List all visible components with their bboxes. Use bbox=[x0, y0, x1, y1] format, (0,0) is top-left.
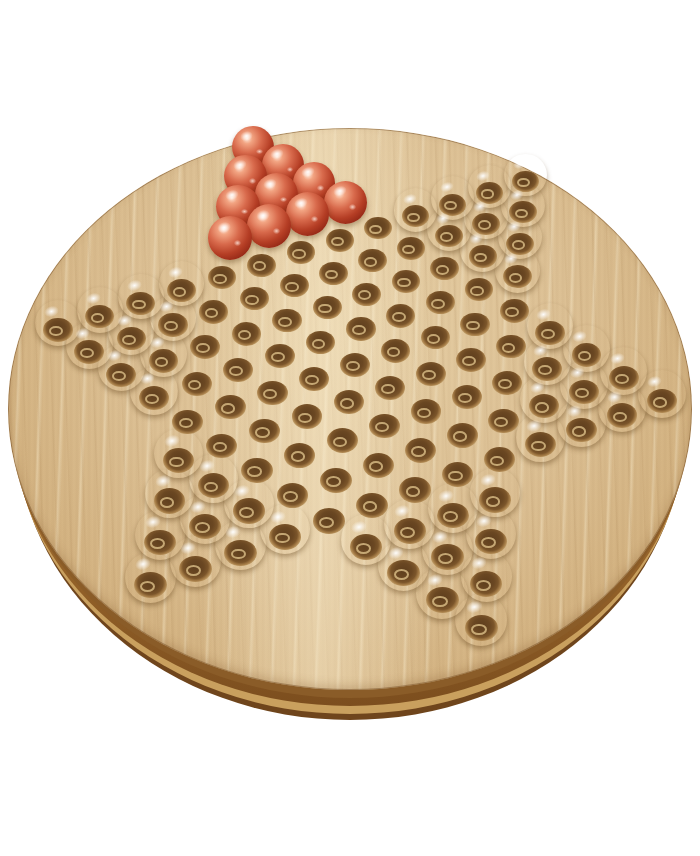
marble-highlight bbox=[475, 169, 491, 183]
marble-highlight bbox=[116, 312, 134, 327]
marble-highlight bbox=[139, 371, 157, 387]
marble-glass-glint bbox=[273, 228, 280, 234]
marble-highlight bbox=[74, 326, 92, 341]
marble-highlight bbox=[188, 498, 207, 514]
marble-highlight bbox=[167, 265, 184, 280]
marble-highlight bbox=[153, 473, 172, 489]
marble-highlight bbox=[232, 483, 251, 499]
marble-highlight bbox=[300, 165, 316, 179]
marble-highlight bbox=[509, 188, 525, 202]
marble-red-r7-c0 bbox=[208, 216, 252, 260]
marble-highlight bbox=[293, 196, 310, 210]
marble-highlight bbox=[506, 219, 523, 233]
marble-glass-glint bbox=[349, 204, 356, 210]
marble-highlight bbox=[143, 514, 162, 531]
marble-highlight bbox=[224, 188, 240, 202]
marble-highlight bbox=[239, 129, 255, 143]
marble-highlight bbox=[431, 529, 450, 546]
marble-highlight bbox=[468, 231, 485, 246]
marble-highlight bbox=[571, 329, 589, 344]
marble-highlight bbox=[349, 519, 368, 536]
marbles-layer bbox=[0, 0, 700, 856]
marble-highlight bbox=[268, 508, 287, 524]
marble-highlight bbox=[43, 304, 60, 319]
marble-highlight bbox=[331, 184, 347, 198]
marble-highlight bbox=[231, 158, 247, 172]
marble-green-r15-c1 bbox=[170, 536, 221, 587]
marble-glass-glint bbox=[234, 240, 241, 246]
chinese-checkers-board-photo bbox=[0, 0, 700, 856]
marble-green-r14-c2 bbox=[215, 520, 266, 571]
marble-highlight bbox=[197, 458, 216, 474]
marble-highlight bbox=[387, 545, 406, 562]
marble-highlight bbox=[479, 472, 498, 488]
marble-highlight bbox=[472, 199, 489, 213]
marble-highlight bbox=[425, 571, 444, 588]
marble-highlight bbox=[568, 365, 586, 381]
marble-highlight bbox=[148, 335, 166, 350]
marble-white-r3-c3 bbox=[495, 248, 540, 293]
marble-highlight bbox=[255, 208, 272, 222]
marble-black-r7-c9 bbox=[516, 413, 565, 462]
marble-glass-glint bbox=[311, 216, 318, 222]
marble-highlight bbox=[106, 348, 124, 363]
marble-glass-glint bbox=[256, 149, 263, 154]
marble-highlight bbox=[528, 379, 546, 395]
marble-glass-glint bbox=[317, 185, 324, 191]
marble-highlight bbox=[532, 342, 550, 357]
marble-highlight bbox=[606, 389, 624, 405]
marble-glass-glint bbox=[287, 167, 294, 173]
marble-highlight bbox=[133, 556, 152, 573]
marble-highlight bbox=[393, 503, 412, 519]
marble-glass-glint bbox=[249, 178, 256, 184]
marble-highlight bbox=[262, 177, 278, 191]
marble-red-r5-c2 bbox=[286, 192, 330, 236]
marble-highlight bbox=[464, 598, 484, 615]
marble-highlight bbox=[525, 417, 543, 433]
marble-highlight bbox=[401, 192, 417, 206]
marble-highlight bbox=[126, 278, 143, 293]
marble-highlight bbox=[608, 351, 626, 366]
marble-highlight bbox=[215, 220, 232, 234]
marble-highlight bbox=[502, 251, 519, 266]
marble-highlight bbox=[535, 307, 553, 322]
marble-highlight bbox=[436, 487, 455, 503]
marble-highlight bbox=[512, 157, 528, 171]
marble-glass-glint bbox=[241, 209, 248, 215]
marble-highlight bbox=[438, 180, 454, 194]
marble-blue-r12-c12 bbox=[455, 594, 507, 646]
marble-highlight bbox=[566, 403, 584, 419]
marble-highlight bbox=[269, 147, 285, 161]
marble-highlight bbox=[163, 433, 181, 449]
marble-highlight bbox=[469, 555, 488, 572]
marble-highlight bbox=[85, 291, 102, 306]
marble-highlight bbox=[434, 211, 451, 225]
marble-glass-glint bbox=[280, 197, 287, 203]
marble-highlight bbox=[474, 513, 493, 530]
marble-green-r16-c0 bbox=[125, 552, 176, 603]
marble-green-r13-c3 bbox=[260, 504, 310, 554]
marble-highlight bbox=[646, 374, 664, 390]
marble-red-r6-c1 bbox=[247, 204, 291, 248]
marble-highlight bbox=[224, 524, 243, 541]
marble-highlight bbox=[158, 299, 175, 314]
marble-yellow-r12-c3 bbox=[130, 367, 178, 415]
marble-red-r4-c3 bbox=[324, 181, 367, 224]
marble-highlight bbox=[179, 540, 198, 557]
